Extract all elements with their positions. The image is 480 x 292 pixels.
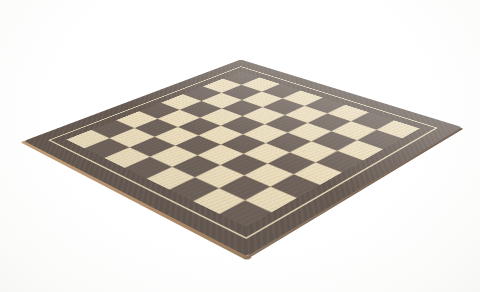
board-frame: [24, 59, 462, 256]
chess-board: [24, 59, 462, 256]
photo-background: [0, 0, 480, 292]
playing-field: [66, 72, 419, 227]
